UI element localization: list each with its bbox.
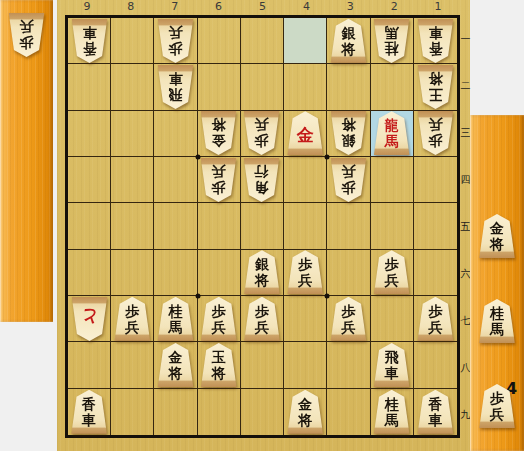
gote-pawn[interactable]: 歩兵 xyxy=(330,158,367,202)
gote-lance[interactable]: 香車 xyxy=(71,19,108,63)
piece-kanji: 馬 xyxy=(169,319,183,335)
square-32[interactable] xyxy=(327,64,370,110)
square-13[interactable]: 歩兵 xyxy=(414,111,457,157)
square-18[interactable] xyxy=(414,342,457,388)
piece-kanji: 歩 xyxy=(255,133,269,149)
square-95[interactable] xyxy=(68,203,111,249)
piece-kanji: 歩 xyxy=(341,180,355,196)
square-52[interactable] xyxy=(241,64,284,110)
piece-kanji: 兵 xyxy=(428,117,442,133)
piece-kanji: 車 xyxy=(428,412,442,428)
piece-face: 桂馬 xyxy=(157,297,194,341)
piece-face: 歩兵 xyxy=(330,158,367,202)
square-69[interactable] xyxy=(198,389,241,435)
square-26[interactable]: 歩兵 xyxy=(371,250,414,296)
piece-kanji: 将 xyxy=(341,117,355,133)
square-85[interactable] xyxy=(111,203,154,249)
square-88[interactable] xyxy=(111,342,154,388)
piece-face: 歩兵 xyxy=(287,250,324,294)
piece-kanji: 飛 xyxy=(385,349,399,365)
sente-pawn[interactable]: 歩兵 xyxy=(200,297,237,341)
file-label-4: 4 xyxy=(284,0,328,15)
gote-lance[interactable]: 香車 xyxy=(417,19,454,63)
square-48[interactable] xyxy=(284,342,327,388)
square-57[interactable]: 歩兵 xyxy=(241,296,284,342)
square-82[interactable] xyxy=(111,64,154,110)
piece-kanji: 兵 xyxy=(255,319,269,335)
piece-kanji: 将 xyxy=(212,365,226,381)
piece-kanji: 飛 xyxy=(169,87,183,103)
square-41[interactable] xyxy=(284,18,327,64)
piece-kanji: 将 xyxy=(212,117,226,133)
sente-lance[interactable]: 香車 xyxy=(417,390,454,434)
square-75[interactable] xyxy=(154,203,197,249)
square-28[interactable]: 飛車 xyxy=(371,342,414,388)
piece-kanji: 龍 xyxy=(385,117,399,133)
piece-face: 銀将 xyxy=(330,19,367,63)
square-59[interactable] xyxy=(241,389,284,435)
square-24[interactable] xyxy=(371,157,414,203)
piece-face: 金将 xyxy=(200,111,237,155)
square-34[interactable]: 歩兵 xyxy=(327,157,370,203)
file-label-9: 9 xyxy=(65,0,109,15)
piece-face: 歩兵 xyxy=(243,111,280,155)
square-98[interactable] xyxy=(68,342,111,388)
square-53[interactable]: 歩兵 xyxy=(241,111,284,157)
file-label-1: 1 xyxy=(416,0,460,15)
sente-pawn[interactable]: 歩兵 xyxy=(417,297,454,341)
gote-knight[interactable]: 桂馬 xyxy=(373,19,410,63)
piece-kanji: 兵 xyxy=(212,319,226,335)
gote-rook[interactable]: 飛車 xyxy=(157,65,194,109)
piece-kanji: 玉 xyxy=(212,349,226,365)
piece-kanji: 歩 xyxy=(212,180,226,196)
square-25[interactable] xyxy=(371,203,414,249)
square-76[interactable] xyxy=(154,250,197,296)
square-19[interactable]: 香車 xyxy=(414,389,457,435)
piece-kanji: 車 xyxy=(385,365,399,381)
gote-pawn[interactable]: 歩兵 xyxy=(8,13,45,57)
square-12[interactable]: 王将 xyxy=(414,64,457,110)
piece-kanji: 行 xyxy=(255,164,269,180)
gote-silver[interactable]: 銀将 xyxy=(330,111,367,155)
square-15[interactable] xyxy=(414,203,457,249)
piece-face: 金将 xyxy=(287,390,324,434)
square-94[interactable] xyxy=(68,157,111,203)
sente-komadai: 4 金将桂馬歩兵 xyxy=(470,115,524,451)
shogi-app: 歩兵 987654321 一二三四五六七八九 香車歩兵銀将桂馬香車飛車王将金将歩… xyxy=(0,0,524,451)
square-14[interactable] xyxy=(414,157,457,203)
gote-pawn[interactable]: 歩兵 xyxy=(243,111,280,155)
sente-silver[interactable]: 銀将 xyxy=(330,19,367,63)
piece-kanji: 兵 xyxy=(341,319,355,335)
gote-pawn[interactable]: 歩兵 xyxy=(417,111,454,155)
file-label-2: 2 xyxy=(372,0,416,15)
sente-gold[interactable]: 金将 xyxy=(287,390,324,434)
piece-kanji: 車 xyxy=(82,25,96,41)
sente-horse[interactable]: 龍馬 xyxy=(373,111,410,155)
piece-kanji: 馬 xyxy=(385,25,399,41)
piece-face: 歩兵 xyxy=(114,297,151,341)
sente-gold[interactable]: 金将 xyxy=(157,343,194,387)
piece-kanji: 車 xyxy=(169,71,183,87)
square-92[interactable] xyxy=(68,64,111,110)
piece-kanji: 歩 xyxy=(298,256,312,272)
sente-gold[interactable]: 金将 xyxy=(479,214,516,258)
sente-king[interactable]: 玉将 xyxy=(200,343,237,387)
gote-komadai: 歩兵 xyxy=(0,0,53,322)
piece-kanji: 将 xyxy=(428,71,442,87)
square-71[interactable]: 歩兵 xyxy=(154,18,197,64)
square-54[interactable]: 角行 xyxy=(241,157,284,203)
sente-knight[interactable]: 桂馬 xyxy=(479,299,516,343)
square-81[interactable] xyxy=(111,18,154,64)
square-47[interactable] xyxy=(284,296,327,342)
square-23[interactable]: 龍馬 xyxy=(371,111,414,157)
square-91[interactable]: 香車 xyxy=(68,18,111,64)
piece-kanji: 王 xyxy=(428,87,442,103)
sente-silver[interactable]: 銀将 xyxy=(243,250,280,294)
square-44[interactable] xyxy=(284,157,327,203)
square-84[interactable] xyxy=(111,157,154,203)
piece-kanji: 銀 xyxy=(341,133,355,149)
square-87[interactable]: 歩兵 xyxy=(111,296,154,342)
piece-kanji: 歩 xyxy=(212,303,226,319)
piece-kanji: 桂 xyxy=(385,41,399,57)
piece-kanji: 金 xyxy=(297,126,314,144)
square-58[interactable] xyxy=(241,342,284,388)
square-37[interactable]: 歩兵 xyxy=(327,296,370,342)
piece-kanji: 兵 xyxy=(212,164,226,180)
gote-gold[interactable]: 金将 xyxy=(200,111,237,155)
piece-kanji: 金 xyxy=(212,133,226,149)
square-56[interactable]: 銀将 xyxy=(241,250,284,296)
piece-face: 歩兵 xyxy=(243,297,280,341)
square-29[interactable]: 桂馬 xyxy=(371,389,414,435)
square-86[interactable] xyxy=(111,250,154,296)
gote-tokin[interactable]: と xyxy=(71,297,108,341)
piece-face: 飛車 xyxy=(373,343,410,387)
square-35[interactable] xyxy=(327,203,370,249)
square-79[interactable] xyxy=(154,389,197,435)
piece-kanji: と xyxy=(80,308,97,326)
piece-kanji: 銀 xyxy=(255,256,269,272)
piece-face: 桂馬 xyxy=(373,19,410,63)
piece-kanji: 歩 xyxy=(428,303,442,319)
sente-knight[interactable]: 桂馬 xyxy=(373,390,410,434)
piece-kanji: 将 xyxy=(255,272,269,288)
board-panel: 987654321 一二三四五六七八九 香車歩兵銀将桂馬香車飛車王将金将歩兵金銀… xyxy=(57,0,470,451)
square-78[interactable]: 金将 xyxy=(154,342,197,388)
piece-face: 銀将 xyxy=(243,250,280,294)
piece-kanji: 歩 xyxy=(490,390,504,406)
piece-kanji: 兵 xyxy=(490,406,504,422)
piece-face: 龍馬 xyxy=(373,111,410,155)
square-27[interactable] xyxy=(371,296,414,342)
piece-kanji: 馬 xyxy=(385,133,399,149)
square-36[interactable] xyxy=(327,250,370,296)
rank-label-2: 二 xyxy=(460,62,471,109)
piece-kanji: 歩 xyxy=(428,133,442,149)
square-22[interactable] xyxy=(371,64,414,110)
gote-bishop[interactable]: 角行 xyxy=(243,158,280,202)
piece-face: 歩兵 xyxy=(330,297,367,341)
piece-kanji: 金 xyxy=(298,396,312,412)
piece-kanji: 歩 xyxy=(385,256,399,272)
piece-face: 金将 xyxy=(479,214,516,258)
piece-face: 王将 xyxy=(417,65,454,109)
piece-kanji: 銀 xyxy=(341,25,355,41)
sente-rook[interactable]: 飛車 xyxy=(373,343,410,387)
square-73[interactable] xyxy=(154,111,197,157)
sente-pawn[interactable]: 歩兵 xyxy=(373,250,410,294)
piece-kanji: 将 xyxy=(341,41,355,57)
piece-kanji: 兵 xyxy=(20,19,34,35)
piece-kanji: 車 xyxy=(428,25,442,41)
piece-kanji: 香 xyxy=(82,41,96,57)
square-31[interactable]: 銀将 xyxy=(327,18,370,64)
file-label-3: 3 xyxy=(328,0,372,15)
square-65[interactable] xyxy=(198,203,241,249)
sente-knight[interactable]: 桂馬 xyxy=(157,297,194,341)
piece-kanji: 香 xyxy=(428,41,442,57)
sente-pawn[interactable]: 歩兵 xyxy=(330,297,367,341)
square-46[interactable]: 歩兵 xyxy=(284,250,327,296)
piece-kanji: 将 xyxy=(298,412,312,428)
piece-face: と xyxy=(71,297,108,341)
piece-face: 香車 xyxy=(71,19,108,63)
sente-pawn[interactable]: 歩兵 xyxy=(243,297,280,341)
piece-kanji: 兵 xyxy=(125,319,139,335)
square-45[interactable] xyxy=(284,203,327,249)
gote-pawn[interactable]: 歩兵 xyxy=(157,19,194,63)
square-64[interactable]: 歩兵 xyxy=(198,157,241,203)
piece-face: 歩兵 xyxy=(200,158,237,202)
piece-face: 角行 xyxy=(243,158,280,202)
square-77[interactable]: 桂馬 xyxy=(154,296,197,342)
square-62[interactable] xyxy=(198,64,241,110)
square-43[interactable]: 金 xyxy=(284,111,327,157)
square-68[interactable]: 玉将 xyxy=(198,342,241,388)
piece-kanji: 歩 xyxy=(125,303,139,319)
piece-kanji: 歩 xyxy=(20,35,34,51)
sente-lance[interactable]: 香車 xyxy=(71,390,108,434)
piece-kanji: 角 xyxy=(255,180,269,196)
piece-kanji: 馬 xyxy=(490,321,504,337)
square-74[interactable] xyxy=(154,157,197,203)
square-83[interactable] xyxy=(111,111,154,157)
square-42[interactable] xyxy=(284,64,327,110)
square-72[interactable]: 飛車 xyxy=(154,64,197,110)
piece-face: 銀将 xyxy=(330,111,367,155)
file-label-6: 6 xyxy=(197,0,241,15)
square-49[interactable]: 金将 xyxy=(284,389,327,435)
piece-face: 香車 xyxy=(417,390,454,434)
sente-pawn[interactable]: 歩兵 xyxy=(287,250,324,294)
piece-face: 飛車 xyxy=(157,65,194,109)
piece-kanji: 将 xyxy=(169,365,183,381)
piece-kanji: 金 xyxy=(490,220,504,236)
square-11[interactable]: 香車 xyxy=(414,18,457,64)
piece-kanji: 兵 xyxy=(428,319,442,335)
piece-face: 金 xyxy=(287,111,324,155)
piece-face: 歩兵 xyxy=(157,19,194,63)
piece-kanji: 車 xyxy=(82,412,96,428)
square-33[interactable]: 銀将 xyxy=(327,111,370,157)
piece-face: 桂馬 xyxy=(373,390,410,434)
piece-kanji: 馬 xyxy=(385,412,399,428)
piece-kanji: 歩 xyxy=(255,303,269,319)
piece-face: 金将 xyxy=(157,343,194,387)
piece-face: 香車 xyxy=(417,19,454,63)
square-66[interactable] xyxy=(198,250,241,296)
square-21[interactable]: 桂馬 xyxy=(371,18,414,64)
file-label-8: 8 xyxy=(109,0,153,15)
file-label-7: 7 xyxy=(153,0,197,15)
piece-face: 歩兵 xyxy=(479,384,516,428)
square-38[interactable] xyxy=(327,342,370,388)
square-51[interactable] xyxy=(241,18,284,64)
piece-kanji: 兵 xyxy=(298,272,312,288)
sente-pawn[interactable]: 歩兵 xyxy=(114,297,151,341)
piece-kanji: 香 xyxy=(428,396,442,412)
square-93[interactable] xyxy=(68,111,111,157)
square-61[interactable] xyxy=(198,18,241,64)
piece-face: 桂馬 xyxy=(479,299,516,343)
file-labels: 987654321 xyxy=(65,0,460,15)
piece-face: 玉将 xyxy=(200,343,237,387)
piece-kanji: 香 xyxy=(82,396,96,412)
gote-pawn[interactable]: 歩兵 xyxy=(200,158,237,202)
piece-face: 歩兵 xyxy=(373,250,410,294)
piece-kanji: 兵 xyxy=(169,25,183,41)
piece-kanji: 歩 xyxy=(169,41,183,57)
square-99[interactable]: 香車 xyxy=(68,389,111,435)
gote-king[interactable]: 王将 xyxy=(417,65,454,109)
file-label-5: 5 xyxy=(241,0,285,15)
sente-promoted-silver[interactable]: 金 xyxy=(287,111,324,155)
piece-kanji: 金 xyxy=(169,349,183,365)
piece-kanji: 桂 xyxy=(385,396,399,412)
piece-face: 歩兵 xyxy=(417,297,454,341)
piece-kanji: 兵 xyxy=(341,164,355,180)
square-97[interactable]: と xyxy=(68,296,111,342)
square-16[interactable] xyxy=(414,250,457,296)
square-96[interactable] xyxy=(68,250,111,296)
piece-kanji: 桂 xyxy=(169,303,183,319)
piece-face: 歩兵 xyxy=(417,111,454,155)
piece-face: 香車 xyxy=(71,390,108,434)
sente-pawn[interactable]: 歩兵 xyxy=(479,384,516,428)
piece-kanji: 桂 xyxy=(490,305,504,321)
square-89[interactable] xyxy=(111,389,154,435)
piece-kanji: 歩 xyxy=(341,303,355,319)
piece-face: 歩兵 xyxy=(200,297,237,341)
piece-face: 歩兵 xyxy=(8,13,45,57)
piece-kanji: 兵 xyxy=(255,117,269,133)
board-grid: 香車歩兵銀将桂馬香車飛車王将金将歩兵金銀将龍馬歩兵歩兵角行歩兵銀将歩兵歩兵と歩兵… xyxy=(65,15,460,438)
piece-kanji: 将 xyxy=(490,236,504,252)
square-17[interactable]: 歩兵 xyxy=(414,296,457,342)
square-63[interactable]: 金将 xyxy=(198,111,241,157)
rank-label-1: 一 xyxy=(460,15,471,62)
square-55[interactable] xyxy=(241,203,284,249)
piece-kanji: 兵 xyxy=(385,272,399,288)
square-67[interactable]: 歩兵 xyxy=(198,296,241,342)
square-39[interactable] xyxy=(327,389,370,435)
